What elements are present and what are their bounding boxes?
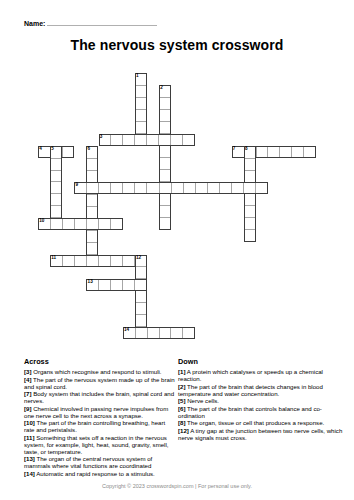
clue-number-label: [5] — [178, 397, 185, 404]
cell-r16-c8[interactable] — [136, 267, 146, 279]
cell-r9-c4[interactable] — [87, 183, 99, 193]
clue-across-3: [3] Organs which recognise and respond t… — [24, 368, 175, 375]
clue-down-2: [2] The part of the brain that detects c… — [178, 383, 348, 397]
clue-across-9: [9] Chemical involved in passing nerve i… — [24, 405, 175, 419]
cell-r6-c21[interactable] — [292, 147, 304, 157]
cell-r12-c6[interactable] — [111, 219, 122, 229]
clue-number-label: [12] — [178, 427, 189, 434]
cell-r20-c8[interactable] — [136, 315, 146, 327]
clue-number-label: [13] — [24, 455, 35, 462]
cell-number-12: 12 — [136, 256, 141, 261]
clue-text: Automatic and rapid response to a stimul… — [36, 470, 155, 477]
cell-number-11: 11 — [51, 256, 56, 261]
cell-number-6: 6 — [88, 147, 91, 152]
clue-across-13: [13] The organ of the central nervous sy… — [24, 455, 175, 469]
clue-text: The part of the brain controlling breath… — [24, 419, 165, 433]
cell-r9-c12[interactable] — [184, 183, 196, 193]
cell-r2-c10[interactable] — [160, 98, 170, 110]
cell-r5-c9[interactable] — [147, 135, 159, 145]
cell-r4-c8[interactable] — [136, 122, 146, 134]
cell-r8-c4[interactable] — [87, 171, 97, 183]
cell-r10-c1[interactable] — [51, 194, 61, 206]
across-clue-list: [3] Organs which recognise and respond t… — [24, 368, 175, 477]
cell-r6-c22[interactable] — [304, 147, 315, 157]
clue-number-label: [3] — [24, 368, 31, 375]
cell-number-5: 5 — [51, 147, 54, 152]
cell-r18-c8[interactable] — [136, 291, 146, 303]
word-11-across — [50, 255, 147, 267]
clue-text: The part of the brain that controls bala… — [178, 405, 322, 419]
cell-r10-c4[interactable] — [87, 195, 97, 207]
cell-r12-c3[interactable] — [75, 219, 87, 229]
clue-number-label: [4] — [24, 376, 31, 383]
cell-r21-c10[interactable] — [160, 328, 172, 338]
cell-r13-c17[interactable] — [245, 230, 255, 241]
clue-down-8: [8] The organ, tissue or cell that produ… — [178, 419, 348, 426]
cell-r10-c17[interactable] — [245, 194, 255, 206]
cell-number-14: 14 — [124, 328, 129, 333]
cell-r6-c19[interactable] — [268, 147, 280, 157]
cell-r5-c11[interactable] — [171, 135, 183, 145]
page-title: The nervous system crossword — [0, 37, 354, 53]
cell-number-8: 8 — [245, 147, 248, 152]
clue-across-4: [4] The part of the nervous system made … — [24, 376, 175, 390]
cell-r21-c8[interactable] — [136, 328, 148, 338]
across-header: Across — [24, 358, 175, 365]
down-clue-list: [1] A protein which catalyses or speeds … — [178, 368, 348, 441]
cell-r11-c10[interactable] — [160, 206, 170, 218]
cell-number-3: 3 — [100, 135, 103, 140]
clue-number-label: [6] — [178, 405, 185, 412]
cell-r8-c1[interactable] — [51, 171, 61, 183]
cell-r12-c2[interactable] — [63, 219, 75, 229]
cell-r12-c5[interactable] — [99, 219, 111, 229]
word-13-across — [86, 279, 147, 291]
cell-r12-c1[interactable] — [51, 219, 63, 229]
copyright-footer: Copyright © 2023 crosswordspin.com | For… — [0, 483, 354, 489]
cell-r6-c2[interactable] — [63, 147, 74, 157]
cell-r9-c10[interactable] — [160, 183, 172, 193]
cell-number-2: 2 — [160, 86, 163, 91]
clue-text: The part of the brain that detects chang… — [178, 383, 323, 397]
cell-r12-c4[interactable] — [87, 219, 99, 229]
clue-across-14: [14] Automatic and rapid response to a s… — [24, 470, 175, 477]
cell-r17-c8[interactable] — [135, 280, 146, 290]
clue-number-label: [10] — [24, 419, 35, 426]
clue-text: Chemical involved in passing nerve impul… — [24, 405, 168, 419]
name-row: Name: — [24, 18, 157, 28]
clue-down-5: [5] Nerve cells. — [178, 397, 348, 404]
word-6-down — [86, 146, 98, 267]
clue-text: The organ, tissue or cell that produces … — [187, 419, 324, 426]
cell-r5-c12[interactable] — [183, 135, 194, 145]
cell-r5-c7[interactable] — [123, 135, 135, 145]
cell-r5-c10[interactable] — [159, 135, 171, 145]
clue-number-label: [14] — [24, 470, 35, 477]
cell-r9-c17[interactable] — [244, 183, 256, 193]
clue-text: Body system that includes the brain, spi… — [24, 390, 174, 404]
cell-r6-c20[interactable] — [280, 147, 292, 157]
cell-r9-c8[interactable] — [135, 183, 147, 193]
cell-r7-c1[interactable] — [51, 159, 61, 171]
clue-down-6: [6] The part of the brain that controls … — [178, 405, 348, 419]
cell-r15-c2[interactable] — [63, 256, 75, 266]
down-clues-column: Down [1] A protein which catalyses or sp… — [178, 358, 348, 441]
cell-r9-c6[interactable] — [111, 183, 123, 193]
cell-r21-c11[interactable] — [171, 328, 183, 338]
cell-r9-c16[interactable] — [232, 183, 244, 193]
cell-r8-c17[interactable] — [245, 171, 255, 183]
cell-number-10: 10 — [39, 219, 44, 224]
cell-r10-c10[interactable] — [160, 194, 170, 206]
cell-r9-c9[interactable] — [147, 183, 159, 193]
cell-r7-c4[interactable] — [87, 159, 97, 171]
cell-r2-c8[interactable] — [136, 98, 146, 110]
clue-text: Organs which recognise and respond to st… — [33, 368, 161, 375]
cell-r9-c11[interactable] — [172, 183, 184, 193]
clue-text: The part of the nervous system made up o… — [24, 376, 175, 390]
clue-down-1: [1] A protein which catalyses or speeds … — [178, 368, 348, 382]
cell-r4-c10[interactable] — [160, 122, 170, 134]
down-header: Down — [178, 358, 348, 365]
cell-number-7: 7 — [233, 147, 236, 152]
cell-r15-c7[interactable] — [123, 256, 135, 266]
cell-number-9: 9 — [76, 183, 79, 188]
cell-r9-c14[interactable] — [208, 183, 220, 193]
cell-r17-c7[interactable] — [123, 280, 135, 290]
cell-r9-c18[interactable] — [256, 183, 267, 193]
cell-r8-c10[interactable] — [160, 170, 170, 182]
clue-number-label: [7] — [24, 390, 31, 397]
clue-number-label: [2] — [178, 383, 185, 390]
cell-r15-c4[interactable] — [87, 256, 99, 266]
cell-number-13: 13 — [88, 280, 93, 285]
cell-r6-c18[interactable] — [257, 147, 269, 157]
clue-number-label: [1] — [178, 368, 185, 375]
clue-down-12: [12] A tiny gap at the junction between … — [178, 427, 348, 441]
cell-r9-c13[interactable] — [196, 183, 208, 193]
clue-across-10: [10] The part of the brain controlling b… — [24, 419, 175, 433]
word-14-across — [123, 327, 196, 339]
cell-r7-c17[interactable] — [245, 159, 255, 171]
clue-text: Something that sets off a reaction in th… — [24, 434, 169, 455]
cell-r5-c8[interactable] — [135, 135, 147, 145]
cell-r3-c8[interactable] — [136, 110, 146, 122]
cell-r21-c9[interactable] — [148, 328, 160, 338]
cell-r15-c6[interactable] — [111, 256, 123, 266]
clue-number-label: [8] — [178, 419, 185, 426]
cell-number-1: 1 — [136, 74, 139, 79]
cell-r15-c3[interactable] — [75, 256, 87, 266]
cell-r12-c10[interactable] — [160, 218, 170, 229]
cell-r15-c5[interactable] — [99, 256, 111, 266]
cell-r19-c8[interactable] — [136, 303, 146, 315]
cell-number-4: 4 — [39, 147, 42, 152]
cell-r14-c4[interactable] — [87, 243, 97, 255]
cell-r1-c8[interactable] — [136, 86, 146, 98]
word-10-across — [38, 218, 123, 230]
cell-r11-c1[interactable] — [51, 206, 61, 218]
cell-r9-c5[interactable] — [99, 183, 111, 193]
clue-text: A protein which catalyses or speeds up a… — [178, 368, 323, 382]
crossword-page: { "game": "crossword", "page": { "name_l… — [0, 0, 354, 500]
cell-r9-c7[interactable] — [123, 183, 135, 193]
cell-r6-c10[interactable] — [160, 146, 170, 158]
cell-r12-c17[interactable] — [245, 218, 255, 230]
word-8-down — [244, 146, 256, 243]
clue-text: A tiny gap at the junction between two n… — [178, 427, 342, 441]
cell-r11-c17[interactable] — [245, 206, 255, 218]
cell-r11-c4[interactable] — [87, 207, 97, 219]
word-3-across — [99, 134, 196, 146]
cell-r5-c6[interactable] — [111, 135, 123, 145]
word-9-across — [74, 182, 268, 194]
name-label: Name: — [24, 20, 45, 27]
cell-r3-c10[interactable] — [160, 110, 170, 122]
clue-text: Nerve cells. — [187, 397, 219, 404]
clue-number-label: [9] — [24, 405, 31, 412]
word-2-down — [159, 85, 171, 230]
clue-number-label: [11] — [24, 434, 35, 441]
clue-text: The organ of the central nervous system … — [24, 455, 152, 469]
clue-across-7: [7] Body system that includes the brain,… — [24, 390, 175, 404]
cell-r17-c5[interactable] — [99, 280, 111, 290]
cell-r17-c6[interactable] — [111, 280, 123, 290]
cell-r21-c12[interactable] — [183, 328, 194, 338]
cell-r9-c15[interactable] — [220, 183, 232, 193]
cell-r7-c10[interactable] — [160, 158, 170, 170]
clue-across-11: [11] Something that sets off a reaction … — [24, 434, 175, 455]
across-clues-column: Across [3] Organs which recognise and re… — [24, 358, 175, 477]
name-blank-line[interactable] — [47, 18, 157, 26]
cell-r13-c4[interactable] — [87, 231, 97, 243]
cell-r9-c1[interactable] — [51, 182, 61, 194]
crossword-grid: 1234567891011121314 — [38, 73, 317, 340]
